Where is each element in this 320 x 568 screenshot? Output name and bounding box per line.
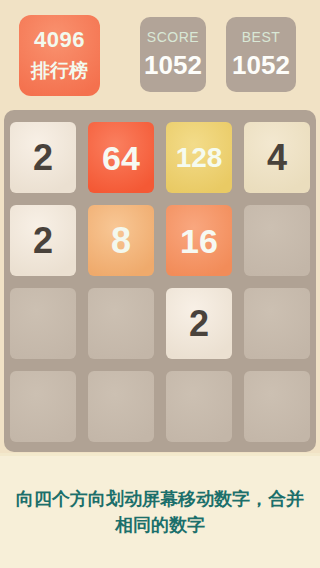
- app-screen: 4096 排行榜 SCORE 1052 BEST 1052 2641284281…: [0, 0, 320, 568]
- tile-2: 2: [10, 122, 76, 193]
- best-value: 1052: [232, 50, 290, 81]
- best-badge: BEST 1052: [226, 17, 296, 92]
- empty-cell: [244, 288, 310, 359]
- tile-2: 2: [166, 288, 232, 359]
- instruction-line-2: 相同的数字: [0, 512, 320, 538]
- instruction-line-1: 向四个方向划动屏幕移动数字，合并: [0, 486, 320, 512]
- instructions: 向四个方向划动屏幕移动数字，合并 相同的数字: [0, 453, 320, 568]
- tile-16: 16: [166, 205, 232, 276]
- empty-cell: [88, 288, 154, 359]
- empty-cell: [10, 371, 76, 442]
- empty-cell: [244, 371, 310, 442]
- game-board[interactable]: 264128428162: [4, 110, 316, 452]
- empty-cell: [88, 371, 154, 442]
- score-value: 1052: [144, 50, 202, 81]
- tile-4: 4: [244, 122, 310, 193]
- tile-2: 2: [10, 205, 76, 276]
- empty-cell: [166, 371, 232, 442]
- empty-cell: [10, 288, 76, 359]
- tile-64: 64: [88, 122, 154, 193]
- leaderboard-button[interactable]: 4096 排行榜: [19, 15, 100, 96]
- app-title: 4096: [34, 27, 85, 53]
- tile-128: 128: [166, 122, 232, 193]
- empty-cell: [244, 205, 310, 276]
- score-label: SCORE: [147, 29, 199, 45]
- score-badge: SCORE 1052: [140, 17, 206, 92]
- leaderboard-label: 排行榜: [31, 58, 88, 84]
- best-label: BEST: [242, 29, 281, 45]
- tile-8: 8: [88, 205, 154, 276]
